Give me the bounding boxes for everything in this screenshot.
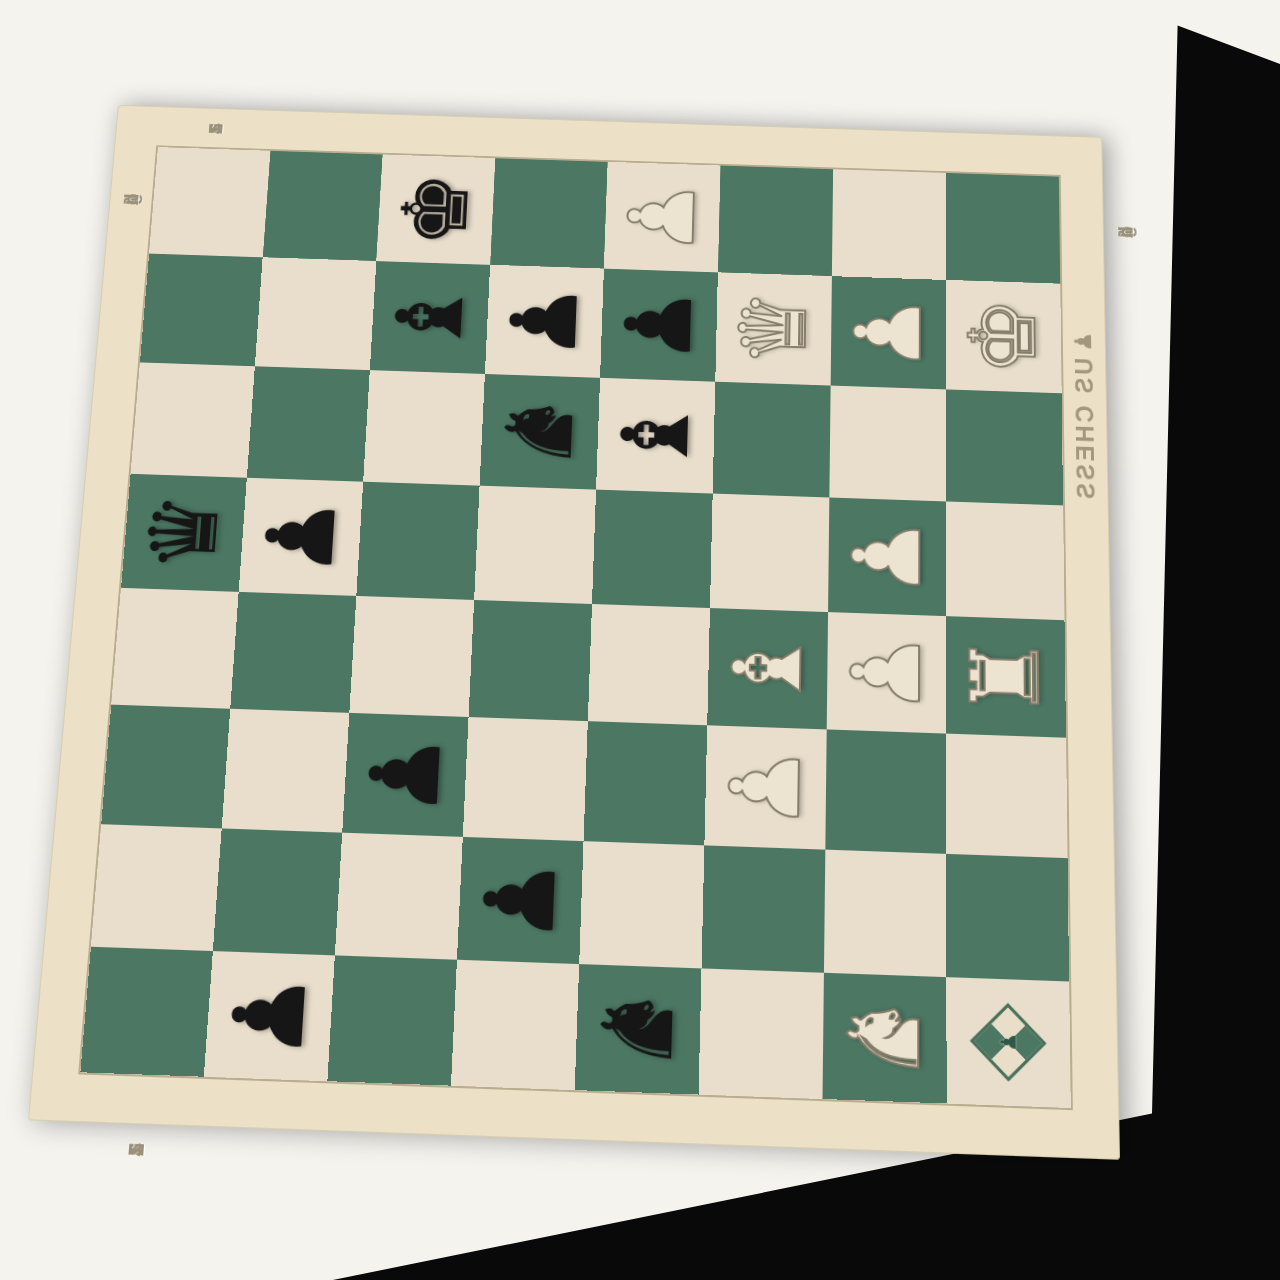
square-f3: ♟: [704, 725, 826, 849]
square-e5: [469, 600, 592, 721]
square-d6: [356, 482, 479, 600]
square-d7: ♟: [239, 478, 364, 596]
square-b6: ♝: [370, 261, 490, 374]
square-b4: ♟: [600, 269, 718, 382]
square-h6: [327, 955, 457, 1085]
square-e7: [230, 592, 356, 713]
us-chess-wordmark: ♟ US CHESS: [1061, 331, 1109, 503]
square-c4: ♝: [596, 378, 715, 494]
square-h4: ♞: [575, 964, 702, 1094]
square-c2: [829, 386, 946, 502]
square-f7: [222, 709, 350, 833]
square-d4: [592, 490, 713, 608]
black-knight: ♞: [588, 982, 689, 1076]
square-h8: [80, 947, 212, 1077]
white-pawn: ♟: [840, 514, 934, 599]
square-b1: ♚: [946, 280, 1062, 393]
white-queen: ♛: [727, 288, 820, 369]
square-h1: ♟: [946, 977, 1070, 1108]
square-g1: [946, 854, 1069, 982]
square-d5: [474, 486, 596, 604]
square-a7: [263, 151, 383, 261]
square-b3: ♛: [715, 272, 832, 385]
square-f5: [463, 717, 588, 841]
square-f4: [584, 721, 708, 845]
board-grid: ♛♟♟♚♝♟♟♞♟♟♟♝♞♛♝♟♟♟♟♞♚♜♟: [80, 147, 1070, 1108]
square-e6: [349, 596, 474, 717]
square-c6: [363, 370, 485, 486]
white-pawn: ♟: [616, 177, 708, 256]
square-e3: ♝: [707, 608, 828, 729]
square-d1: [946, 501, 1064, 620]
square-g7: [213, 828, 342, 955]
square-a1: [946, 173, 1060, 284]
square-g8: [91, 824, 222, 951]
square-d2: ♟: [828, 497, 946, 616]
square-b2: ♟: [831, 276, 946, 389]
black-pawn: ♟: [470, 855, 570, 946]
square-c7: [247, 366, 370, 481]
square-c5: ♞: [480, 374, 600, 490]
square-g5: ♟: [457, 837, 584, 964]
file-label-h: h: [1103, 178, 1149, 287]
square-g2: [824, 850, 947, 978]
square-a2: [832, 169, 946, 280]
square-c1: [946, 389, 1063, 505]
us-chess-wordmark-text: US CHESS: [1069, 358, 1100, 503]
square-c3: [713, 382, 831, 498]
square-g6: [335, 833, 463, 960]
square-f2: [825, 729, 946, 853]
chess-board: abcdefgh abcdefgh 87654321 87654321 ♟ US…: [28, 105, 1120, 1160]
square-b5: ♟: [485, 265, 604, 378]
black-pawn: ♟: [497, 281, 591, 362]
square-a4: ♟: [604, 162, 720, 273]
black-bishop: ♝: [382, 277, 477, 358]
square-b7: [255, 257, 376, 370]
square-a3: [718, 166, 833, 277]
rank-label-1: 1: [72, 1122, 200, 1177]
white-bishop: ♝: [720, 625, 816, 712]
rank-label-1: 1: [158, 106, 273, 151]
white-pawn: ♟: [839, 629, 934, 716]
black-pawn: ♟: [612, 284, 706, 365]
square-c8: [131, 362, 255, 477]
us-chess-crest-icon: ♟: [970, 1002, 1046, 1082]
white-pawn: ♟: [717, 743, 814, 832]
square-a6: ♚: [376, 155, 495, 265]
black-pawn: ♟: [252, 494, 351, 579]
square-h3: [699, 968, 824, 1099]
black-pawn: ♟: [218, 969, 322, 1062]
square-h7: ♟: [204, 951, 335, 1081]
square-a8: [149, 147, 270, 257]
square-e2: ♟: [827, 612, 947, 733]
square-e1: ♜: [946, 616, 1066, 738]
square-h2: ♞: [822, 973, 946, 1104]
black-knight: ♞: [492, 390, 588, 473]
square-b8: [140, 254, 263, 367]
square-a5: [490, 158, 608, 268]
white-king: ♚: [958, 296, 1050, 377]
square-d8: ♛: [121, 474, 247, 592]
black-king: ♚: [389, 170, 483, 249]
black-pawn: ♟: [355, 730, 455, 819]
square-d3: [710, 494, 829, 613]
square-f1: [946, 734, 1067, 859]
square-e4: [588, 604, 710, 725]
white-pawn: ♟: [843, 292, 935, 373]
us-chess-crest-icon: ♟: [1070, 331, 1098, 352]
white-rook: ♜: [958, 633, 1053, 720]
square-f8: [101, 705, 230, 829]
black-bishop: ♝: [608, 394, 703, 477]
square-h5: [451, 960, 579, 1090]
square-g4: [579, 841, 704, 968]
black-queen: ♛: [134, 490, 233, 575]
square-f6: ♟: [342, 713, 468, 837]
square-e8: [111, 588, 238, 709]
white-knight: ♞: [835, 991, 934, 1085]
square-g3: [702, 845, 826, 972]
